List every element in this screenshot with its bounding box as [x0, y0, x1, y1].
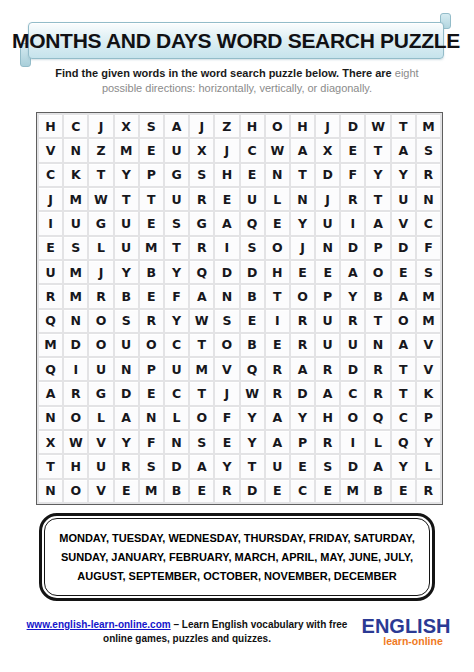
word-grid: HCJXSAJZHOHJDWTMVNZMEUXJCWAXETASCKTYPGSH… [36, 112, 443, 505]
grid-cell-r7c9: D [241, 261, 264, 283]
grid-cell-r11c15: T [392, 358, 415, 380]
grid-cell-r12c12: A [316, 382, 339, 404]
grid-cell-r8c4: B [115, 285, 138, 307]
site-logo: ENGLISH learn-online [352, 616, 460, 647]
grid-cell-r5c10: E [266, 212, 289, 234]
page-title: MONTHS AND DAYS WORD SEARCH PUZZLE [12, 29, 460, 53]
grid-cell-r2c8: J [215, 139, 238, 161]
grid-cell-r3c2: K [64, 164, 87, 186]
grid-cell-r6c12: N [316, 237, 339, 259]
grid-cell-r11c8: V [215, 358, 238, 380]
footer-line1-rest: – Learn English vocabulary with free [173, 619, 347, 630]
grid-cell-r6c11: J [291, 237, 314, 259]
grid-cell-r3c4: Y [115, 164, 138, 186]
grid-cell-r7c1: U [39, 261, 62, 283]
grid-cell-r10c3: O [89, 334, 112, 356]
grid-cell-r16c15: E [392, 480, 415, 502]
grid-cell-r4c14: T [366, 188, 389, 210]
grid-cell-r6c3: L [89, 237, 112, 259]
grid-cell-r8c1: R [39, 285, 62, 307]
grid-cell-r16c10: E [266, 480, 289, 502]
grid-cell-r13c9: Y [241, 407, 264, 429]
grid-cell-r16c4: E [115, 480, 138, 502]
grid-cell-r12c10: R [266, 382, 289, 404]
grid-cell-r1c11: H [291, 115, 314, 137]
grid-cell-r14c2: W [64, 431, 87, 453]
grid-cell-r4c12: J [316, 188, 339, 210]
grid-cell-r4c2: M [64, 188, 87, 210]
grid-cell-r1c10: O [266, 115, 289, 137]
grid-cell-r9c9: E [241, 310, 264, 332]
grid-cell-r6c1: E [39, 237, 62, 259]
word-list-box: MONDAY, TUESDAY, WEDNESDAY, THURSDAY, FR… [39, 513, 435, 601]
grid-cell-r5c11: Y [291, 212, 314, 234]
grid-cell-r1c15: T [392, 115, 415, 137]
grid-cell-r1c16: M [417, 115, 440, 137]
grid-cell-r5c8: A [215, 212, 238, 234]
grid-cell-r2c9: C [241, 139, 264, 161]
grid-cell-r14c12: R [316, 431, 339, 453]
grid-cell-r2c14: T [366, 139, 389, 161]
grid-cell-r14c6: N [165, 431, 188, 453]
grid-cell-r14c11: P [291, 431, 314, 453]
grid-cell-r6c15: D [392, 237, 415, 259]
grid-cell-r1c8: Z [215, 115, 238, 137]
grid-cell-r8c6: F [165, 285, 188, 307]
grid-cell-r10c15: A [392, 334, 415, 356]
grid-cell-r15c6: D [165, 455, 188, 477]
grid-cell-r5c4: U [115, 212, 138, 234]
grid-cell-r11c7: M [190, 358, 213, 380]
grid-cell-r7c4: Y [115, 261, 138, 283]
grid-cell-r15c16: L [417, 455, 440, 477]
grid-cell-r8c9: B [241, 285, 264, 307]
grid-cell-r6c13: D [341, 237, 364, 259]
grid-cell-r11c10: R [266, 358, 289, 380]
grid-cell-r2c16: S [417, 139, 440, 161]
grid-cell-r9c6: Y [165, 310, 188, 332]
grid-cell-r12c14: R [366, 382, 389, 404]
grid-cell-r3c15: Y [392, 164, 415, 186]
grid-cell-r6c8: I [215, 237, 238, 259]
grid-cell-r12c16: K [417, 382, 440, 404]
word-list-line: MONDAY, TUESDAY, WEDNESDAY, THURSDAY, FR… [59, 529, 415, 548]
grid-cell-r15c9: T [241, 455, 264, 477]
word-list-line: AUGUST, SEPTEMBER, OCTOBER, NOVEMBER, DE… [77, 567, 396, 586]
grid-cell-r7c2: M [64, 261, 87, 283]
grid-cell-r3c5: P [140, 164, 163, 186]
grid-cell-r9c2: N [64, 310, 87, 332]
grid-cell-r5c13: I [341, 212, 364, 234]
grid-cell-r14c13: I [341, 431, 364, 453]
grid-cell-r1c1: H [39, 115, 62, 137]
grid-cell-r7c15: E [392, 261, 415, 283]
grid-cell-r11c13: D [341, 358, 364, 380]
grid-cell-r9c4: S [115, 310, 138, 332]
grid-cell-r11c2: I [64, 358, 87, 380]
grid-cell-r6c5: M [140, 237, 163, 259]
grid-cell-r7c7: Q [190, 261, 213, 283]
grid-cell-r16c3: V [89, 480, 112, 502]
grid-cell-r10c11: R [291, 334, 314, 356]
grid-cell-r8c7: A [190, 285, 213, 307]
grid-cell-r15c14: A [366, 455, 389, 477]
grid-cell-r12c4: D [115, 382, 138, 404]
grid-cell-r5c12: U [316, 212, 339, 234]
grid-cell-r4c8: E [215, 188, 238, 210]
word-list-lines: MONDAY, TUESDAY, WEDNESDAY, THURSDAY, FR… [44, 518, 430, 596]
grid-cell-r5c15: V [392, 212, 415, 234]
grid-cell-r7c14: O [366, 261, 389, 283]
grid-cell-r15c1: T [39, 455, 62, 477]
grid-cell-r1c9: H [241, 115, 264, 137]
instructions-line2: possible directions: horizontally, verti… [102, 82, 372, 94]
grid-cell-r5c1: I [39, 212, 62, 234]
grid-cell-r9c15: O [392, 310, 415, 332]
grid-cell-r14c14: L [366, 431, 389, 453]
grid-cell-r16c2: O [64, 480, 87, 502]
grid-cell-r4c10: L [266, 188, 289, 210]
grid-cell-r2c4: M [115, 139, 138, 161]
grid-cell-r2c3: Z [89, 139, 112, 161]
grid-cell-r4c3: W [89, 188, 112, 210]
grid-cell-r4c9: U [241, 188, 264, 210]
grid-cell-r9c5: R [140, 310, 163, 332]
grid-cell-r10c12: U [316, 334, 339, 356]
grid-cell-r12c6: C [165, 382, 188, 404]
grid-cell-r5c5: E [140, 212, 163, 234]
grid-cell-r7c12: E [316, 261, 339, 283]
grid-cell-r9c3: O [89, 310, 112, 332]
grid-cell-r5c2: U [64, 212, 87, 234]
grid-cell-r13c8: F [215, 407, 238, 429]
grid-cell-r2c10: W [266, 139, 289, 161]
grid-cell-r1c3: J [89, 115, 112, 137]
grid-cell-r13c13: O [341, 407, 364, 429]
grid-cell-r10c10: E [266, 334, 289, 356]
grid-cell-r4c6: U [165, 188, 188, 210]
grid-cell-r3c12: D [316, 164, 339, 186]
grid-cell-r2c15: A [392, 139, 415, 161]
grid-cell-r8c8: N [215, 285, 238, 307]
grid-cell-r14c9: Y [241, 431, 264, 453]
grid-cell-r13c12: H [316, 407, 339, 429]
grid-cell-r14c16: Y [417, 431, 440, 453]
grid-cell-r12c13: C [341, 382, 364, 404]
grid-cell-r15c13: D [341, 455, 364, 477]
word-list-line: SUNDAY, JANUARY, FEBRUARY, MARCH, APRIL,… [61, 548, 413, 567]
grid-cell-r10c7: T [190, 334, 213, 356]
grid-cell-r11c5: P [140, 358, 163, 380]
grid-cell-r16c12: E [316, 480, 339, 502]
title-banner: MONTHS AND DAYS WORD SEARCH PUZZLE [20, 13, 452, 65]
grid-cell-r10c8: O [215, 334, 238, 356]
grid-cell-r3c10: N [266, 164, 289, 186]
grid-cell-r6c2: S [64, 237, 87, 259]
grid-cell-r1c14: W [366, 115, 389, 137]
grid-cell-r4c16: N [417, 188, 440, 210]
grid-cell-r15c5: S [140, 455, 163, 477]
grid-cell-r10c16: V [417, 334, 440, 356]
grid-cell-r10c1: M [39, 334, 62, 356]
grid-cell-r16c13: M [341, 480, 364, 502]
footer-line2: online games, puzzles and quizzes. [103, 633, 271, 644]
grid-cell-r13c7: O [190, 407, 213, 429]
grid-cell-r9c14: T [366, 310, 389, 332]
grid-cell-r2c5: E [140, 139, 163, 161]
grid-cell-r11c16: V [417, 358, 440, 380]
grid-cell-r6c14: P [366, 237, 389, 259]
grid-cell-r16c9: D [241, 480, 264, 502]
grid-cell-r11c14: R [366, 358, 389, 380]
grid-cell-r4c1: J [39, 188, 62, 210]
grid-cell-r11c12: R [316, 358, 339, 380]
instructions: Find the given words in the word search … [30, 66, 444, 96]
grid-cell-r14c5: F [140, 431, 163, 453]
instructions-count: eight [395, 67, 419, 79]
grid-cell-r8c5: E [140, 285, 163, 307]
grid-cell-r10c4: U [115, 334, 138, 356]
grid-cell-r14c3: V [89, 431, 112, 453]
grid-cell-r7c11: E [291, 261, 314, 283]
grid-cell-r4c13: R [341, 188, 364, 210]
grid-cell-r1c7: J [190, 115, 213, 137]
grid-cell-r15c10: U [266, 455, 289, 477]
logo-subtitle: learn-online [352, 636, 460, 647]
grid-cell-r1c2: C [64, 115, 87, 137]
grid-cell-r5c14: A [366, 212, 389, 234]
grid-cell-r13c5: N [140, 407, 163, 429]
grid-cell-r11c6: U [165, 358, 188, 380]
grid-cell-r6c9: S [241, 237, 264, 259]
grid-cell-r12c1: A [39, 382, 62, 404]
grid-cell-r12c2: R [64, 382, 87, 404]
grid-cell-r4c11: N [291, 188, 314, 210]
grid-cell-r5c16: C [417, 212, 440, 234]
logo-title: ENGLISH [352, 616, 460, 636]
grid-cell-r6c4: U [115, 237, 138, 259]
grid-cell-r3c9: E [241, 164, 264, 186]
grid-cell-r9c13: R [341, 310, 364, 332]
grid-cell-r13c14: Q [366, 407, 389, 429]
grid-cell-r15c11: E [291, 455, 314, 477]
grid-cell-r8c14: B [366, 285, 389, 307]
grid-cell-r5c6: S [165, 212, 188, 234]
grid-cell-r8c12: P [316, 285, 339, 307]
grid-cell-r15c15: Y [392, 455, 415, 477]
grid-cell-r13c10: A [266, 407, 289, 429]
grid-cell-r15c2: H [64, 455, 87, 477]
grid-cell-r7c5: B [140, 261, 163, 283]
grid-cell-r10c2: D [64, 334, 87, 356]
grid-cell-r10c6: C [165, 334, 188, 356]
grid-cell-r16c8: R [215, 480, 238, 502]
grid-cell-r12c15: T [392, 382, 415, 404]
grid-cell-r6c7: R [190, 237, 213, 259]
grid-cell-r1c4: X [115, 115, 138, 137]
grid-cell-r15c7: A [190, 455, 213, 477]
grid-cell-r16c16: R [417, 480, 440, 502]
grid-cell-r9c12: U [316, 310, 339, 332]
grid-cell-r11c1: Q [39, 358, 62, 380]
grid-cell-r9c10: I [266, 310, 289, 332]
grid-cell-r6c16: F [417, 237, 440, 259]
grid-cell-r11c9: Q [241, 358, 264, 380]
instructions-bold: Find the given words in the word search … [55, 67, 391, 79]
grid-cell-r13c11: Y [291, 407, 314, 429]
grid-cell-r4c4: T [115, 188, 138, 210]
grid-cell-r10c14: N [366, 334, 389, 356]
grid-cell-r7c10: H [266, 261, 289, 283]
grid-cell-r4c7: R [190, 188, 213, 210]
grid-cell-r13c6: L [165, 407, 188, 429]
grid-cell-r12c8: J [215, 382, 238, 404]
grid-cell-r7c3: J [89, 261, 112, 283]
grid-cell-r8c3: R [89, 285, 112, 307]
grid-cell-r9c8: S [215, 310, 238, 332]
grid-cell-r14c1: X [39, 431, 62, 453]
grid-cell-r16c11: C [291, 480, 314, 502]
grid-cell-r5c3: G [89, 212, 112, 234]
grid-cell-r2c2: N [64, 139, 87, 161]
grid-cell-r8c15: A [392, 285, 415, 307]
grid-cell-r2c13: E [341, 139, 364, 161]
grid-cell-r1c12: J [316, 115, 339, 137]
grid-cell-r3c8: H [215, 164, 238, 186]
grid-cell-r16c6: B [165, 480, 188, 502]
grid-cell-r3c16: R [417, 164, 440, 186]
grid-cell-r10c13: U [341, 334, 364, 356]
grid-cell-r13c3: L [89, 407, 112, 429]
grid-cell-r3c11: T [291, 164, 314, 186]
grid-cell-r3c6: G [165, 164, 188, 186]
grid-cell-r1c13: D [341, 115, 364, 137]
grid-cell-r11c11: A [291, 358, 314, 380]
grid-cell-r14c15: Q [392, 431, 415, 453]
grid-cell-r12c9: W [241, 382, 264, 404]
grid-cell-r8c13: Y [341, 285, 364, 307]
grid-cell-r12c7: T [190, 382, 213, 404]
grid-cell-r15c4: R [115, 455, 138, 477]
grid-cell-r6c10: O [266, 237, 289, 259]
grid-cell-r15c3: U [89, 455, 112, 477]
grid-cell-r13c2: O [64, 407, 87, 429]
grid-cell-r15c12: S [316, 455, 339, 477]
grid-cell-r13c4: A [115, 407, 138, 429]
grid-cell-r1c6: A [165, 115, 188, 137]
grid-cell-r16c7: E [190, 480, 213, 502]
grid-cell-r2c7: X [190, 139, 213, 161]
grid-cell-r16c1: N [39, 480, 62, 502]
grid-cell-r1c5: S [140, 115, 163, 137]
site-link[interactable]: www.english-learn-online.com [27, 619, 171, 630]
grid-cell-r5c7: G [190, 212, 213, 234]
title-banner-body: MONTHS AND DAYS WORD SEARCH PUZZLE [28, 22, 444, 59]
grid-cell-r13c1: N [39, 407, 62, 429]
grid-cell-r3c1: C [39, 164, 62, 186]
grid-cell-r14c4: Y [115, 431, 138, 453]
grid-cell-r3c7: S [190, 164, 213, 186]
grid-cell-r14c7: S [190, 431, 213, 453]
grid-cell-r2c12: X [316, 139, 339, 161]
grid-cell-r9c11: R [291, 310, 314, 332]
grid-cell-r9c7: W [190, 310, 213, 332]
grid-cell-r6c6: T [165, 237, 188, 259]
grid-cell-r14c10: A [266, 431, 289, 453]
grid-cell-r7c13: A [341, 261, 364, 283]
grid-cell-r5c9: Q [241, 212, 264, 234]
grid-cell-r15c8: Y [215, 455, 238, 477]
grid-cell-r2c11: A [291, 139, 314, 161]
grid-cell-r12c5: E [140, 382, 163, 404]
grid-cell-r8c16: M [417, 285, 440, 307]
grid-cell-r13c16: P [417, 407, 440, 429]
grid-cell-r8c11: O [291, 285, 314, 307]
grid-cell-r3c14: Y [366, 164, 389, 186]
grid-cell-r13c15: C [392, 407, 415, 429]
grid-cell-r8c10: T [266, 285, 289, 307]
grid-cell-r2c6: U [165, 139, 188, 161]
grid-cell-r3c13: F [341, 164, 364, 186]
grid-cell-r9c1: Q [39, 310, 62, 332]
grid-cell-r12c3: G [89, 382, 112, 404]
grid-cell-r10c5: O [140, 334, 163, 356]
grid-cell-r3c3: T [89, 164, 112, 186]
grid-cell-r7c16: S [417, 261, 440, 283]
grid-cell-r12c11: D [291, 382, 314, 404]
grid-cell-r7c6: Y [165, 261, 188, 283]
grid-cell-r4c15: U [392, 188, 415, 210]
grid-cell-r8c2: M [64, 285, 87, 307]
grid-cell-r11c3: U [89, 358, 112, 380]
grid-cell-r16c14: B [366, 480, 389, 502]
grid-cell-r14c8: E [215, 431, 238, 453]
footer-text: www.english-learn-online.com – Learn Eng… [26, 618, 348, 646]
grid-cell-r7c8: D [215, 261, 238, 283]
grid-cell-r16c5: M [140, 480, 163, 502]
grid-cell-r10c9: B [241, 334, 264, 356]
grid-cell-r9c16: M [417, 310, 440, 332]
grid-cell-r4c5: T [140, 188, 163, 210]
grid-cell-r11c4: N [115, 358, 138, 380]
grid-cell-r2c1: V [39, 139, 62, 161]
